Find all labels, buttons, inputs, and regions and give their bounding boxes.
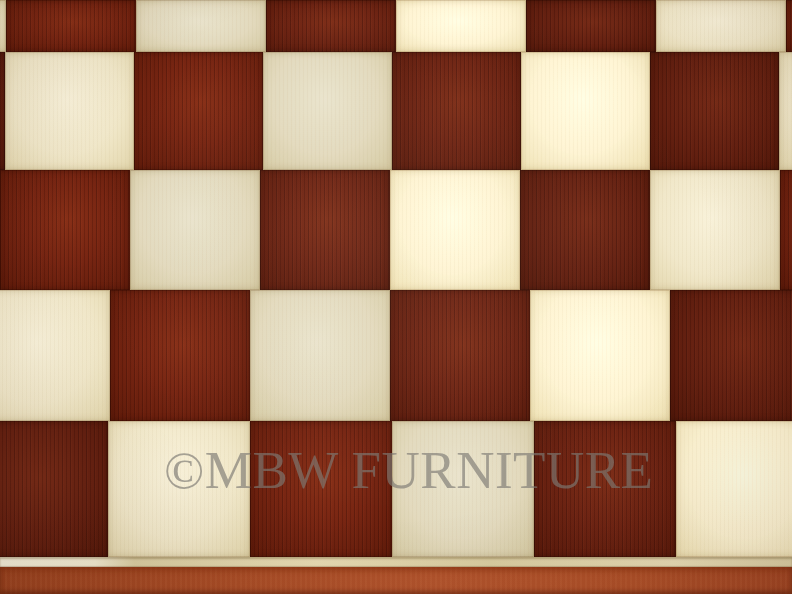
board-row	[0, 0, 792, 52]
board-square-light	[130, 170, 260, 290]
board-square-dark	[392, 52, 521, 170]
board-row	[0, 170, 792, 290]
board-square-light	[136, 0, 266, 52]
board-square-light	[396, 0, 526, 52]
board-square-dark	[780, 170, 792, 290]
board-square-dark	[0, 170, 130, 290]
board-square-light	[676, 421, 792, 557]
chessboard	[0, 0, 792, 557]
board-square-light	[521, 52, 650, 170]
board-square-light	[108, 421, 250, 557]
board-square-light	[392, 421, 534, 557]
board-square-dark	[650, 52, 779, 170]
board-square-dark	[134, 52, 263, 170]
board-square-dark	[670, 290, 792, 421]
board-square-light	[779, 52, 792, 170]
board-square-dark	[6, 0, 136, 52]
board-square-light	[530, 290, 670, 421]
board-edge-strip	[0, 557, 792, 567]
board-row	[0, 52, 792, 170]
board-square-dark	[534, 421, 676, 557]
board-square-light	[390, 170, 520, 290]
board-square-dark	[250, 421, 392, 557]
board-square-dark	[786, 0, 792, 52]
board-square-light	[0, 290, 110, 421]
board-square-dark	[260, 170, 390, 290]
board-square-light	[5, 52, 134, 170]
chessboard-photo: ©MBW FURNITURE	[0, 0, 792, 594]
board-row	[0, 290, 792, 421]
board-square-dark	[526, 0, 656, 52]
board-square-dark	[266, 0, 396, 52]
board-square-light	[250, 290, 390, 421]
board-row	[0, 421, 792, 557]
board-frame-apron	[0, 567, 792, 594]
board-square-light	[656, 0, 786, 52]
board-square-light	[650, 170, 780, 290]
board-square-dark	[0, 421, 108, 557]
board-square-dark	[110, 290, 250, 421]
board-square-dark	[390, 290, 530, 421]
board-square-dark	[520, 170, 650, 290]
board-square-light	[263, 52, 392, 170]
board-square-dark	[0, 52, 5, 170]
